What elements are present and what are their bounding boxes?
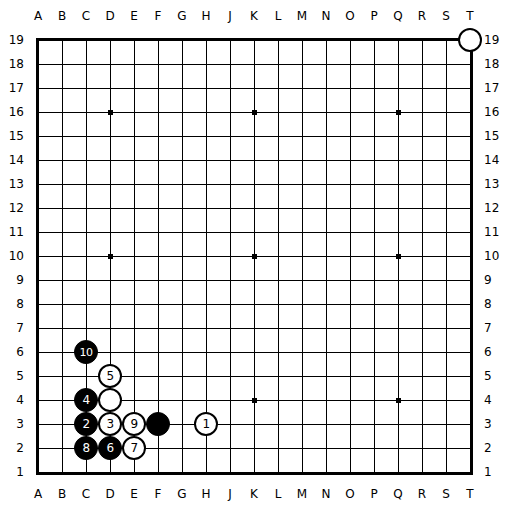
column-label-top-P: P <box>370 10 377 22</box>
column-label-top-N: N <box>322 10 331 22</box>
go-diagram: AABBCCDDEEFFGGHHJJKKLLMMNNOOPPQQRRSSTT19… <box>0 0 510 515</box>
column-label-top-D: D <box>105 10 114 22</box>
row-label-left-15: 15 <box>0 130 24 142</box>
star-point-Q4 <box>396 398 401 403</box>
column-label-top-R: R <box>418 10 426 22</box>
grid-vline <box>326 40 327 473</box>
grid-hline <box>38 352 471 353</box>
row-label-right-5: 5 <box>484 370 508 382</box>
column-label-bottom-O: O <box>345 488 354 500</box>
column-label-top-C: C <box>82 10 90 22</box>
stone-F3[interactable] <box>146 412 170 436</box>
grid-vline <box>374 40 375 473</box>
row-label-left-6: 6 <box>0 346 24 358</box>
star-point-D16 <box>108 110 113 115</box>
grid-hline <box>38 472 471 473</box>
row-label-left-17: 17 <box>0 82 24 94</box>
row-label-left-19: 19 <box>0 34 24 46</box>
column-label-bottom-S: S <box>442 488 450 500</box>
row-label-right-14: 14 <box>484 154 508 166</box>
row-label-left-9: 9 <box>0 274 24 286</box>
row-label-left-7: 7 <box>0 322 24 334</box>
stone-C2[interactable]: 8 <box>74 436 98 460</box>
column-label-bottom-F: F <box>155 488 162 500</box>
column-label-bottom-R: R <box>418 488 426 500</box>
move-number: 4 <box>82 394 89 406</box>
row-label-left-2: 2 <box>0 442 24 454</box>
star-point-K16 <box>252 110 257 115</box>
row-label-right-2: 2 <box>484 442 508 454</box>
column-label-bottom-B: B <box>58 488 66 500</box>
grid-vline <box>350 40 351 473</box>
column-label-top-T: T <box>466 10 473 22</box>
stone-D4[interactable] <box>98 388 122 412</box>
star-point-Q16 <box>396 110 401 115</box>
column-label-top-K: K <box>250 10 258 22</box>
row-label-right-6: 6 <box>484 346 508 358</box>
move-number: 7 <box>130 442 137 454</box>
row-label-right-7: 7 <box>484 322 508 334</box>
column-label-top-F: F <box>155 10 162 22</box>
column-label-top-O: O <box>345 10 354 22</box>
column-label-bottom-E: E <box>130 488 138 500</box>
row-label-right-10: 10 <box>484 250 508 262</box>
move-number: 3 <box>106 418 113 430</box>
column-label-top-M: M <box>297 10 307 22</box>
column-label-top-Q: Q <box>393 10 402 22</box>
row-label-left-11: 11 <box>0 226 24 238</box>
move-number: 9 <box>130 418 137 430</box>
row-label-right-18: 18 <box>484 58 508 70</box>
column-label-bottom-J: J <box>228 488 232 500</box>
row-label-left-12: 12 <box>0 202 24 214</box>
grid-vline <box>278 40 279 473</box>
grid-vline <box>470 40 471 473</box>
column-label-bottom-H: H <box>201 488 210 500</box>
column-label-top-H: H <box>201 10 210 22</box>
move-number: 5 <box>106 370 113 382</box>
grid-vline <box>446 40 447 473</box>
column-label-bottom-G: G <box>177 488 186 500</box>
row-label-right-15: 15 <box>484 130 508 142</box>
move-number: 10 <box>80 347 93 358</box>
column-label-bottom-L: L <box>275 488 282 500</box>
column-label-top-A: A <box>34 10 42 22</box>
column-label-bottom-T: T <box>466 488 473 500</box>
stone-E2[interactable]: 7 <box>122 436 146 460</box>
row-label-right-4: 4 <box>484 394 508 406</box>
star-point-Q10 <box>396 254 401 259</box>
row-label-right-11: 11 <box>484 226 508 238</box>
column-label-top-E: E <box>130 10 138 22</box>
stone-D3[interactable]: 3 <box>98 412 122 436</box>
row-label-right-17: 17 <box>484 82 508 94</box>
star-point-D10 <box>108 254 113 259</box>
row-label-right-8: 8 <box>484 298 508 310</box>
stone-H3[interactable]: 1 <box>194 412 218 436</box>
column-label-bottom-A: A <box>34 488 42 500</box>
stone-C3[interactable]: 2 <box>74 412 98 436</box>
row-label-left-13: 13 <box>0 178 24 190</box>
column-label-top-G: G <box>177 10 186 22</box>
column-label-bottom-K: K <box>250 488 258 500</box>
move-number: 1 <box>202 418 209 430</box>
row-label-left-1: 1 <box>0 466 24 478</box>
row-label-right-3: 3 <box>484 418 508 430</box>
row-label-left-8: 8 <box>0 298 24 310</box>
row-label-left-14: 14 <box>0 154 24 166</box>
stone-E3[interactable]: 9 <box>122 412 146 436</box>
column-label-top-B: B <box>58 10 66 22</box>
grid-hline <box>38 280 471 281</box>
column-label-top-L: L <box>275 10 282 22</box>
grid-hline <box>38 328 471 329</box>
row-label-right-12: 12 <box>484 202 508 214</box>
stone-D2[interactable]: 6 <box>98 436 122 460</box>
row-label-left-5: 5 <box>0 370 24 382</box>
grid-vline <box>302 40 303 473</box>
column-label-bottom-C: C <box>82 488 90 500</box>
star-point-K10 <box>252 254 257 259</box>
column-label-bottom-P: P <box>370 488 377 500</box>
grid-hline <box>38 304 471 305</box>
stone-C4[interactable]: 4 <box>74 388 98 412</box>
row-label-right-16: 16 <box>484 106 508 118</box>
move-number: 6 <box>106 442 113 454</box>
row-label-right-13: 13 <box>484 178 508 190</box>
stone-T19[interactable] <box>458 28 482 52</box>
row-label-right-1: 1 <box>484 466 508 478</box>
column-label-top-J: J <box>228 10 232 22</box>
row-label-left-3: 3 <box>0 418 24 430</box>
column-label-bottom-D: D <box>105 488 114 500</box>
move-number: 2 <box>82 418 89 430</box>
grid-vline <box>422 40 423 473</box>
stone-D5[interactable]: 5 <box>98 364 122 388</box>
column-label-bottom-N: N <box>322 488 331 500</box>
row-label-right-19: 19 <box>484 34 508 46</box>
row-label-left-18: 18 <box>0 58 24 70</box>
row-label-left-16: 16 <box>0 106 24 118</box>
move-number: 8 <box>82 442 89 454</box>
column-label-top-S: S <box>442 10 450 22</box>
column-label-bottom-Q: Q <box>393 488 402 500</box>
row-label-left-4: 4 <box>0 394 24 406</box>
stone-C6[interactable]: 10 <box>74 340 98 364</box>
column-label-bottom-M: M <box>297 488 307 500</box>
row-label-left-10: 10 <box>0 250 24 262</box>
row-label-right-9: 9 <box>484 274 508 286</box>
star-point-K4 <box>252 398 257 403</box>
